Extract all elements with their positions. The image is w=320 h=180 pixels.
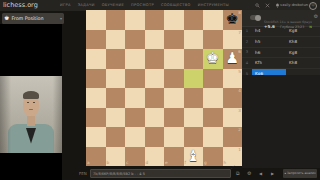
move-white-h6[interactable]: h6 [252,48,286,58]
menu-item-3[interactable]: ПРОСМОТР [131,3,154,7]
move-number: 3 [242,50,252,54]
rank-coord-5: 5 [238,70,241,74]
square-d1[interactable]: d [145,147,165,167]
square-a7[interactable] [86,30,106,50]
white-bishop-f1[interactable]: ♝ [184,147,204,167]
square-e5[interactable] [164,69,184,89]
square-h5[interactable]: 5 [223,69,243,89]
menu-item-5[interactable]: ИНСТРУМЕНТЫ [198,3,229,7]
square-h6[interactable]: 6♟ [223,49,243,69]
square-e7[interactable] [164,30,184,50]
panel-empty-area [242,75,320,168]
from-position-label: From Position [11,16,60,21]
challenges-swords-icon[interactable] [265,3,270,8]
lichess-logo[interactable]: lichess.org [3,1,38,9]
square-f6[interactable] [184,49,204,69]
move-black-Kg8[interactable]: Kg8 [286,48,320,58]
username[interactable]: vasily-drobotun [280,0,308,11]
menu-item-0[interactable]: ИГРА [60,3,71,7]
last-move-icon[interactable]: ▶ [271,170,274,177]
square-f1[interactable]: f♝ [184,147,204,167]
square-c5[interactable] [125,69,145,89]
square-e1[interactable]: e [164,147,184,167]
square-c7[interactable] [125,30,145,50]
square-g6[interactable]: ♚ [203,49,223,69]
black-king-h8[interactable]: ♚ [223,10,243,30]
white-pawn-h6[interactable]: ♟ [223,49,243,69]
square-f4[interactable] [184,88,204,108]
board-settings-gear-icon[interactable]: ⚙ [247,170,251,177]
file-coord-e: e [165,161,168,165]
square-c8[interactable] [125,10,145,30]
menu-item-1[interactable]: ЗАДАЧИ [78,3,95,7]
menu-item-4[interactable]: СООБЩЕСТВО [161,3,191,7]
square-f3[interactable] [184,108,204,128]
file-coord-h: h [224,161,227,165]
rank-coord-3: 3 [238,109,241,113]
webcam-column [0,24,62,180]
move-row-4: 4Kf5Kh8 [242,58,320,69]
square-d4[interactable] [145,88,165,108]
rank-coord-4: 4 [238,89,241,93]
square-a3[interactable] [86,108,106,128]
square-g8[interactable] [203,10,223,30]
move-list: 1h4Kg82h5Kh83h6Kg84Kf5Kh85Kg6 [242,26,320,80]
square-b8[interactable] [106,10,126,30]
square-a8[interactable] [86,10,106,30]
from-position-chip[interactable]: ♚ From Position ▾ [2,13,64,24]
square-a5[interactable] [86,69,106,89]
square-a2[interactable] [86,127,106,147]
square-g3[interactable] [203,108,223,128]
square-h7[interactable]: 7 [223,30,243,50]
square-g4[interactable] [203,88,223,108]
move-black-Kh8[interactable]: Kh8 [286,37,320,47]
rank-coord-7: 7 [238,31,241,35]
main-menu: ИГРАЗАДАЧИОБУЧЕНИЕПРОСМОТРСООБЩЕСТВОИНСТ… [60,0,229,11]
webcam-video [0,76,62,153]
navbar-icons [255,0,280,11]
engine-name: Stockfish 14+ в вашем браузере [264,20,312,24]
square-h3[interactable]: 3 [223,108,243,128]
square-c3[interactable] [125,108,145,128]
square-b7[interactable] [106,30,126,50]
file-coord-a: a [87,161,90,165]
square-g7[interactable] [203,30,223,50]
fen-input[interactable]: 7k/8/6KP/8/8/8/8/5B2 b - - 4 5 [90,169,231,178]
square-g5[interactable] [203,69,223,89]
square-e4[interactable] [164,88,184,108]
chess-piece-icon: ♚ [4,15,9,21]
move-row-3: 3h6Kg8 [242,48,320,59]
square-b1[interactable]: b [106,147,126,167]
square-b3[interactable] [106,108,126,128]
request-analysis-label: Запросить анализ [287,171,316,175]
menu-item-2[interactable]: ОБУЧЕНИЕ [102,3,124,7]
square-h2[interactable]: 2 [223,127,243,147]
square-d5[interactable] [145,69,165,89]
square-a1[interactable]: a [86,147,106,167]
square-d7[interactable] [145,30,165,50]
search-icon[interactable] [255,3,260,8]
move-white-h4[interactable]: h4 [252,26,286,36]
first-move-icon[interactable]: ◀ [259,170,262,177]
file-coord-g: g [204,161,207,165]
file-coord-d: d [146,161,149,165]
video-vignette [0,76,62,153]
square-f5[interactable] [184,69,204,89]
move-row-1: 1h4Kg8 [242,26,320,37]
square-a6[interactable] [86,49,106,69]
square-f2[interactable] [184,127,204,147]
square-e3[interactable] [164,108,184,128]
request-analysis-button[interactable]: ▴ Запросить анализ [283,169,317,178]
caret-up-icon: ▴ [284,171,286,175]
square-h8[interactable]: 8♚ [223,10,243,30]
engine-settings-gear-icon[interactable]: ⚙ [314,14,318,19]
analysis-panel: +5.6 Глубина 23/23 NNUE Stockfish 14+ в … [242,10,320,168]
rank-coord-1: 1 [238,148,241,152]
move-white-h5[interactable]: h5 [252,37,286,47]
square-g1[interactable]: g [203,147,223,167]
square-d6[interactable] [145,49,165,69]
square-b5[interactable] [106,69,126,89]
rank-coord-2: 2 [238,128,241,132]
square-g2[interactable] [203,127,223,147]
square-d8[interactable] [145,10,165,30]
square-c6[interactable] [125,49,145,69]
white-king-g6[interactable]: ♚ [203,49,223,69]
square-d2[interactable] [145,127,165,147]
square-b6[interactable] [106,49,126,69]
square-e2[interactable] [164,127,184,147]
top-navbar: lichess.org ИГРАЗАДАЧИОБУЧЕНИЕПРОСМОТРСО… [0,0,320,11]
move-number: 4 [242,61,252,65]
square-e6[interactable] [164,49,184,69]
square-a4[interactable] [86,88,106,108]
engine-toggle-knob[interactable] [255,15,261,21]
square-e8[interactable] [164,10,184,30]
move-row-2: 2h5Kh8 [242,37,320,48]
square-f7[interactable] [184,30,204,50]
square-f8[interactable] [184,10,204,30]
user-avatar-icon[interactable]: ☺ [309,2,317,10]
square-c1[interactable]: c [125,147,145,167]
board-resize-handle[interactable]: ⋰ [231,165,235,169]
chevron-down-icon: ▾ [60,16,62,21]
chess-board[interactable]: 8♚7♚6♟5432abcdef♝gh1 [86,10,242,166]
file-coord-c: c [126,161,128,165]
square-b2[interactable] [106,127,126,147]
fen-label: FEN [79,171,87,176]
move-number: 2 [242,40,252,44]
move-black-Kg8[interactable]: Kg8 [286,26,320,36]
move-number: 1 [242,29,252,33]
square-b4[interactable] [106,88,126,108]
engine-header: +5.6 Глубина 23/23 NNUE Stockfish 14+ в … [242,10,320,27]
square-h4[interactable]: 4 [223,88,243,108]
copy-fen-icon[interactable]: ⧉ [236,170,240,177]
move-black-Kh8[interactable]: Kh8 [286,58,320,68]
square-c2[interactable] [125,127,145,147]
square-c4[interactable] [125,88,145,108]
square-d3[interactable] [145,108,165,128]
move-white-Kf5[interactable]: Kf5 [252,58,286,68]
file-coord-b: b [107,161,110,165]
